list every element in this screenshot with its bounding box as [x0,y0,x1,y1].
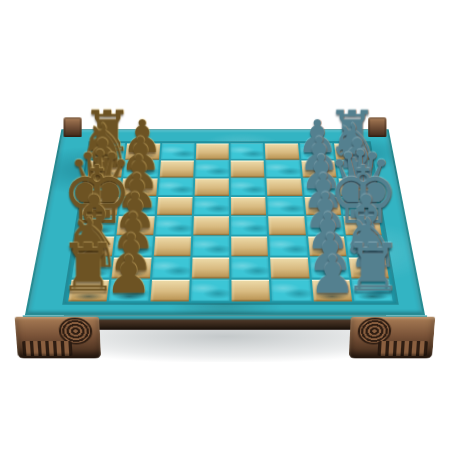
board-square-r0c0: ♜ [90,144,125,160]
piece-contact-shadow [300,152,335,159]
piece-contact-shadow [350,269,390,278]
board-square-r7c0: ♜ [68,280,109,302]
board-square-r2c5 [267,178,302,195]
piece-contact-shadow [84,188,120,196]
piece-contact-shadow [81,207,118,215]
board-square-r0c2 [160,144,194,160]
board-square-r5c1: ♟ [114,236,152,256]
board-square-r1c7: ♞ [336,161,372,178]
board-square-r0c7: ♜ [334,144,369,160]
board-square-r6c7: ♞ [348,258,388,279]
board-square-r2c3 [194,178,229,195]
board-square-r3c2 [156,197,192,215]
piece-contact-shadow [303,188,339,196]
board-square-r6c0: ♞ [72,258,112,279]
board-square-r4c0: ♚ [79,216,117,235]
corner-foot-front-right [349,317,436,359]
board-square-r1c1: ♟ [123,161,158,178]
board-square-r3c7: ♛ [341,197,379,215]
board-square-r2c2 [158,178,193,195]
chess-set-product-photo: ♜♟♟♜♞♟♟♞♝♟♟♝♛♟♟♛♚♟♟♚♝♟♟♝♞♟♟♞♜♟♟♜ [0,0,450,450]
board-square-r1c6: ♟ [301,161,336,178]
board-square-r7c3 [191,280,230,302]
board-square-r6c1: ♟ [112,258,151,279]
board-square-r4c7: ♚ [343,216,382,235]
board-square-r0c5 [265,144,299,160]
chess-board: ♜♟♟♜♞♟♟♞♝♟♟♝♛♟♟♛♚♟♟♚♝♟♟♝♞♟♟♞♜♟♟♜ [25,129,425,315]
board-square-r3c3 [194,197,229,215]
piece-contact-shadow [90,152,125,159]
board-square-r2c0: ♝ [85,178,122,195]
board-square-r1c5 [266,161,301,178]
board-square-r5c7: ♝ [346,236,385,256]
board-square-r4c5 [268,216,305,235]
piece-contact-shadow [344,227,382,235]
piece-contact-shadow [352,292,393,302]
piece-contact-shadow [306,227,344,235]
piece-contact-shadow [310,269,349,278]
board-square-r3c1: ♟ [119,197,156,215]
board-square-r7c4 [231,280,270,302]
board-square-r5c2 [153,236,191,256]
board-square-r1c0: ♞ [88,161,124,178]
piece-contact-shadow [125,152,159,159]
board-square-r1c2 [159,161,193,178]
piece-contact-shadow [342,207,379,215]
piece-contact-shadow [68,292,109,302]
board-square-r6c6: ♟ [309,258,349,279]
board-square-r6c5 [270,258,309,279]
board-square-r7c6: ♟ [311,280,352,302]
piece-contact-shadow [119,207,156,215]
board-square-r7c7: ♜ [351,280,392,302]
piece-contact-shadow [301,170,336,177]
piece-contact-shadow [114,247,152,256]
board-square-r5c3 [192,236,229,256]
piece-contact-shadow [116,227,154,235]
piece-contact-shadow [305,207,342,215]
board-square-r0c4 [231,144,264,160]
board-square-r2c6: ♟ [302,178,338,195]
board-square-r4c4 [231,216,267,235]
board-square-r4c1: ♟ [117,216,155,235]
piece-contact-shadow [335,152,370,159]
piece-contact-shadow [308,247,346,256]
playing-field: ♜♟♟♜♞♟♟♞♝♟♟♝♛♟♟♛♚♟♟♚♝♟♟♝♞♟♟♞♜♟♟♜ [65,142,397,303]
board-square-r0c1: ♟ [125,144,159,160]
piece-contact-shadow [123,170,158,177]
board-square-r5c0: ♝ [75,236,114,256]
corner-foot-front-left [15,317,102,359]
board-square-r2c1: ♟ [121,178,157,195]
piece-contact-shadow [347,247,386,256]
piece-contact-shadow [111,269,150,278]
corner-accent-back-right [368,117,386,137]
board-square-r4c2 [155,216,192,235]
board-square-r6c2 [152,258,191,279]
chess-piece-wR: ♜ [82,103,133,159]
piece-contact-shadow [71,269,111,278]
board-square-r1c3 [195,161,229,178]
board-square-r3c0: ♛ [82,197,119,215]
piece-contact-shadow [337,170,373,177]
board-square-r0c3 [196,144,229,160]
piece-contact-shadow [109,292,149,302]
board-square-r6c3 [192,258,230,279]
board-square-r4c6: ♟ [306,216,344,235]
piece-contact-shadow [121,188,157,196]
board-square-r7c5 [271,280,311,302]
board-square-r5c5 [269,236,307,256]
board-square-r5c4 [231,236,268,256]
board-square-r1c4 [231,161,265,178]
scene: ♜♟♟♜♞♟♟♞♝♟♟♝♛♟♟♛♚♟♟♚♝♟♟♝♞♟♟♞♜♟♟♜ [0,0,450,450]
board-square-r6c4 [231,258,269,279]
piece-contact-shadow [75,247,114,256]
board-square-r3c4 [231,197,266,215]
board-square-r7c2 [150,280,189,302]
board-square-r0c6: ♟ [299,144,334,160]
board-frame: ♜♟♟♜♞♟♟♞♝♟♟♝♛♟♟♛♚♟♟♚♝♟♟♝♞♟♟♞♜♟♟♜ [25,129,425,315]
piece-contact-shadow [312,292,352,302]
board-square-r2c7: ♝ [338,178,375,195]
board-square-r5c6: ♟ [308,236,347,256]
board-square-r7c1: ♟ [109,280,149,302]
board-square-r3c6: ♟ [304,197,341,215]
piece-contact-shadow [78,227,116,235]
piece-contact-shadow [339,188,375,196]
board-square-r3c5 [267,197,303,215]
board-square-r2c4 [231,178,266,195]
piece-contact-shadow [87,170,122,177]
board-square-r4c3 [193,216,229,235]
corner-accent-back-left [63,117,81,137]
